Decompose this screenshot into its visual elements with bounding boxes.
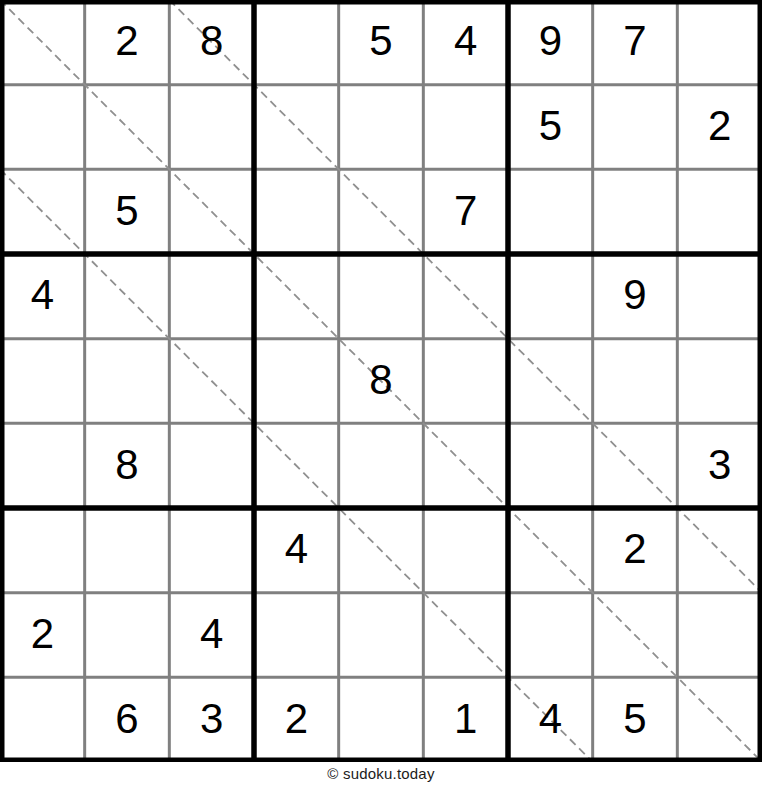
cell-r9c6[interactable]: 1 (423, 676, 508, 761)
cell-r3c5[interactable] (339, 168, 424, 253)
cell-r6c2[interactable]: 8 (85, 422, 170, 507)
cell-r7c3[interactable] (169, 507, 254, 592)
cell-r1c8[interactable]: 7 (593, 0, 678, 84)
cell-r8c1[interactable]: 2 (0, 592, 85, 677)
cell-r5c6[interactable] (423, 338, 508, 423)
cell-r2c2[interactable] (85, 84, 170, 169)
cell-r6c4[interactable] (254, 422, 339, 507)
cell-r7c5[interactable] (339, 507, 424, 592)
cell-r3c6[interactable]: 7 (423, 168, 508, 253)
cell-r2c7[interactable]: 5 (508, 84, 593, 169)
cell-r8c3[interactable]: 4 (169, 592, 254, 677)
cell-r7c7[interactable] (508, 507, 593, 592)
cell-r4c1[interactable]: 4 (0, 253, 85, 338)
sudoku-board: 2854975257498834224632145 (0, 0, 762, 762)
cell-r7c2[interactable] (85, 507, 170, 592)
cell-r2c1[interactable] (0, 84, 85, 169)
cell-r3c2[interactable]: 5 (85, 168, 170, 253)
cell-r7c8[interactable]: 2 (593, 507, 678, 592)
cell-r8c5[interactable] (339, 592, 424, 677)
cell-r3c8[interactable] (593, 168, 678, 253)
cell-r6c7[interactable] (508, 422, 593, 507)
cell-r9c3[interactable]: 3 (169, 676, 254, 761)
cell-r1c1[interactable] (0, 0, 85, 84)
cell-r5c5[interactable]: 8 (339, 338, 424, 423)
cell-r8c8[interactable] (593, 592, 678, 677)
cell-r9c5[interactable] (339, 676, 424, 761)
cell-r8c4[interactable] (254, 592, 339, 677)
cell-r1c2[interactable]: 2 (85, 0, 170, 84)
cell-r6c5[interactable] (339, 422, 424, 507)
cell-r5c9[interactable] (677, 338, 762, 423)
cell-r1c5[interactable]: 5 (339, 0, 424, 84)
cell-r5c1[interactable] (0, 338, 85, 423)
cell-r1c3[interactable]: 8 (169, 0, 254, 84)
cell-r1c6[interactable]: 4 (423, 0, 508, 84)
cell-r3c9[interactable] (677, 168, 762, 253)
cell-r3c4[interactable] (254, 168, 339, 253)
cell-r3c1[interactable] (0, 168, 85, 253)
cell-r9c1[interactable] (0, 676, 85, 761)
cell-r7c6[interactable] (423, 507, 508, 592)
cell-r9c2[interactable]: 6 (85, 676, 170, 761)
cell-r4c2[interactable] (85, 253, 170, 338)
cell-r4c9[interactable] (677, 253, 762, 338)
cell-r6c9[interactable]: 3 (677, 422, 762, 507)
cell-r2c8[interactable] (593, 84, 678, 169)
cell-r5c4[interactable] (254, 338, 339, 423)
cell-r3c3[interactable] (169, 168, 254, 253)
cell-r6c6[interactable] (423, 422, 508, 507)
cell-r2c6[interactable] (423, 84, 508, 169)
page: 2854975257498834224632145 © sudoku.today (0, 0, 765, 785)
cell-r5c8[interactable] (593, 338, 678, 423)
cell-r4c6[interactable] (423, 253, 508, 338)
cell-r2c4[interactable] (254, 84, 339, 169)
cell-r1c7[interactable]: 9 (508, 0, 593, 84)
cell-r6c3[interactable] (169, 422, 254, 507)
cell-r2c5[interactable] (339, 84, 424, 169)
footer-credit: © sudoku.today (0, 762, 762, 785)
cell-r5c3[interactable] (169, 338, 254, 423)
cell-r4c7[interactable] (508, 253, 593, 338)
cell-r7c4[interactable]: 4 (254, 507, 339, 592)
cell-r7c1[interactable] (0, 507, 85, 592)
cell-r4c8[interactable]: 9 (593, 253, 678, 338)
cell-r4c5[interactable] (339, 253, 424, 338)
cell-r8c6[interactable] (423, 592, 508, 677)
cell-r8c2[interactable] (85, 592, 170, 677)
cell-r4c3[interactable] (169, 253, 254, 338)
cell-r8c9[interactable] (677, 592, 762, 677)
cell-r5c7[interactable] (508, 338, 593, 423)
cell-r1c4[interactable] (254, 0, 339, 84)
cell-r4c4[interactable] (254, 253, 339, 338)
cell-r9c4[interactable]: 2 (254, 676, 339, 761)
cell-r9c7[interactable]: 4 (508, 676, 593, 761)
cell-r9c8[interactable]: 5 (593, 676, 678, 761)
cell-r9c9[interactable] (677, 676, 762, 761)
cell-r6c8[interactable] (593, 422, 678, 507)
cell-r7c9[interactable] (677, 507, 762, 592)
cell-r5c2[interactable] (85, 338, 170, 423)
cell-r3c7[interactable] (508, 168, 593, 253)
cell-grid: 2854975257498834224632145 (0, 0, 762, 762)
cell-r2c9[interactable]: 2 (677, 84, 762, 169)
cell-r8c7[interactable] (508, 592, 593, 677)
cell-r2c3[interactable] (169, 84, 254, 169)
cell-r6c1[interactable] (0, 422, 85, 507)
cell-r1c9[interactable] (677, 0, 762, 84)
